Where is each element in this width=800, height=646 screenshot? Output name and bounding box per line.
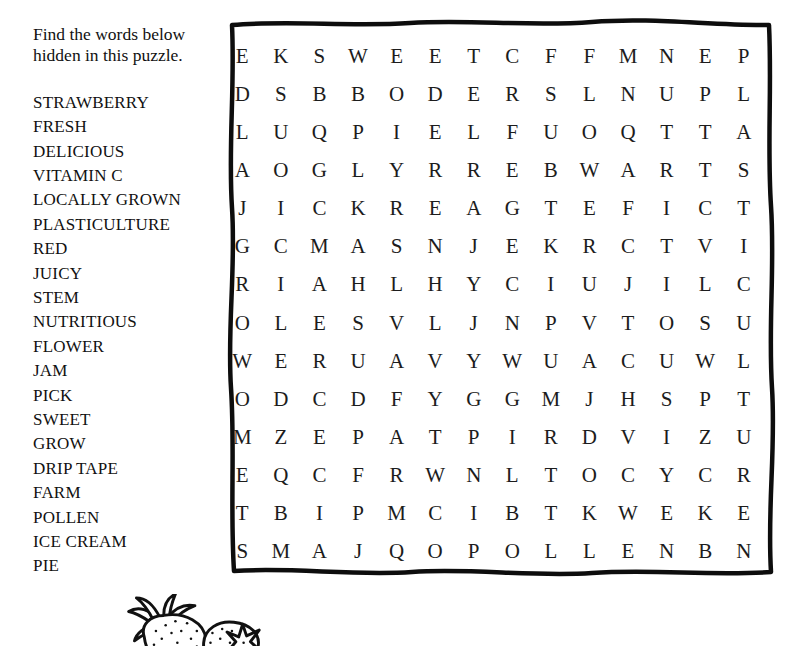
worksheet-page: Find the words below hidden in this puzz… xyxy=(0,0,800,646)
grid-cell-r13c10[interactable]: K xyxy=(570,495,609,533)
word-item-sweet: SWEET xyxy=(33,408,225,432)
grid-cell-r11c1[interactable]: M xyxy=(223,418,262,456)
grid-cell-r6c1[interactable]: G xyxy=(223,228,262,266)
word-list-panel: Find the words below hidden in this puzz… xyxy=(33,24,225,579)
word-item-jam: JAM xyxy=(33,359,225,383)
grid-cell-r3c4[interactable]: P xyxy=(339,113,378,151)
grid-cell-r11c14[interactable]: U xyxy=(724,418,763,456)
grid-cell-r6c5[interactable]: S xyxy=(377,228,416,266)
grid-cell-r1c12[interactable]: N xyxy=(647,37,686,75)
grid-cell-r14c4[interactable]: J xyxy=(339,533,378,571)
grid-cell-r5c10[interactable]: E xyxy=(570,190,609,228)
grid-cell-r10c4[interactable]: D xyxy=(339,380,378,418)
word-item-drip-tape: DRIP TAPE xyxy=(33,457,225,481)
grid-cell-r3c2[interactable]: U xyxy=(262,113,301,151)
grid-cell-r6c14[interactable]: I xyxy=(724,228,763,266)
grid-cell-r13c9[interactable]: T xyxy=(532,495,571,533)
grid-cell-r8c2[interactable]: L xyxy=(262,304,301,342)
grid-cell-r12c11[interactable]: C xyxy=(609,457,648,495)
grid-cell-r5c3[interactable]: C xyxy=(300,190,339,228)
grid-cell-r5c11[interactable]: F xyxy=(609,190,648,228)
grid-cell-r12c3[interactable]: C xyxy=(300,457,339,495)
grid-cell-r14c8[interactable]: O xyxy=(493,533,532,571)
grid-cell-r1c4[interactable]: W xyxy=(339,37,378,75)
grid-cell-r9c3[interactable]: R xyxy=(300,342,339,380)
grid-cell-r8c6[interactable]: L xyxy=(416,304,455,342)
grid-cell-r11c11[interactable]: V xyxy=(609,418,648,456)
grid-cell-r14c6[interactable]: O xyxy=(416,533,455,571)
word-search-board: EKSWEETCFFMNEPDSBBODERSLNUPLLUQPIELFUOQT… xyxy=(220,16,780,582)
grid-cell-r5c6[interactable]: E xyxy=(416,190,455,228)
grid-cell-r3c9[interactable]: U xyxy=(532,113,571,151)
grid-cell-r9c13[interactable]: W xyxy=(686,342,725,380)
grid-cell-r10c1[interactable]: O xyxy=(223,380,262,418)
grid-cell-r9c10[interactable]: A xyxy=(570,342,609,380)
grid-cell-r4c8[interactable]: E xyxy=(493,151,532,189)
word-item-nutritious: NUTRITIOUS xyxy=(33,310,225,334)
grid-cell-r6c7[interactable]: J xyxy=(454,228,493,266)
grid-cell-r9c6[interactable]: V xyxy=(416,342,455,380)
grid-cell-r14c7[interactable]: P xyxy=(454,533,493,571)
grid-cell-r5c12[interactable]: I xyxy=(647,190,686,228)
grid-cell-r4c13[interactable]: T xyxy=(686,151,725,189)
grid-cell-r13c14[interactable]: E xyxy=(724,495,763,533)
grid-cell-r7c6[interactable]: H xyxy=(416,266,455,304)
grid-cell-r10c2[interactable]: D xyxy=(262,380,301,418)
grid-cell-r14c2[interactable]: M xyxy=(262,533,301,571)
grid-cell-r1c14[interactable]: P xyxy=(724,37,763,75)
grid-cell-r3c1[interactable]: L xyxy=(223,113,262,151)
grid-cell-r1c3[interactable]: S xyxy=(300,37,339,75)
word-item-stem: STEM xyxy=(33,286,225,310)
grid-cell-r10c14[interactable]: T xyxy=(724,380,763,418)
grid-cell-r6c13[interactable]: V xyxy=(686,228,725,266)
grid-cell-r12c12[interactable]: Y xyxy=(647,457,686,495)
grid-cell-r2c7[interactable]: E xyxy=(454,75,493,113)
grid-cell-r10c10[interactable]: J xyxy=(570,380,609,418)
grid-cell-r2c14[interactable]: L xyxy=(724,75,763,113)
grid-cell-r3c11[interactable]: Q xyxy=(609,113,648,151)
grid-cell-r12c14[interactable]: R xyxy=(724,457,763,495)
word-item-pick: PICK xyxy=(33,384,225,408)
grid-cell-r2c5[interactable]: O xyxy=(377,75,416,113)
grid-cell-r14c9[interactable]: L xyxy=(532,533,571,571)
word-list: STRAWBERRYFRESHDELICIOUSVITAMIN CLOCALLY… xyxy=(33,91,225,579)
grid-cell-r7c8[interactable]: C xyxy=(493,266,532,304)
grid-cell-r7c4[interactable]: H xyxy=(339,266,378,304)
grid-cell-r8c13[interactable]: S xyxy=(686,304,725,342)
grid-cell-r1c7[interactable]: T xyxy=(454,37,493,75)
word-item-red: RED xyxy=(33,237,225,261)
grid-cell-r8c8[interactable]: N xyxy=(493,304,532,342)
grid-cell-r10c7[interactable]: G xyxy=(454,380,493,418)
grid-cell-r6c12[interactable]: T xyxy=(647,228,686,266)
grid-cell-r8c7[interactable]: J xyxy=(454,304,493,342)
grid-cell-r5c5[interactable]: R xyxy=(377,190,416,228)
grid-cell-r9c2[interactable]: E xyxy=(262,342,301,380)
grid-cell-r9c14[interactable]: L xyxy=(724,342,763,380)
grid-cell-r1c1[interactable]: E xyxy=(223,37,262,75)
grid-cell-r9c5[interactable]: A xyxy=(377,342,416,380)
grid-cell-r12c4[interactable]: F xyxy=(339,457,378,495)
grid-cell-r2c1[interactable]: D xyxy=(223,75,262,113)
word-item-pie: PIE xyxy=(33,554,225,578)
grid-cell-r11c8[interactable]: I xyxy=(493,418,532,456)
grid-cell-r6c6[interactable]: N xyxy=(416,228,455,266)
word-item-ice-cream: ICE CREAM xyxy=(33,530,225,554)
grid-cell-r2c3[interactable]: B xyxy=(300,75,339,113)
grid-cell-r4c4[interactable]: L xyxy=(339,151,378,189)
grid-cell-r8c1[interactable]: O xyxy=(223,304,262,342)
grid-cell-r8c3[interactable]: E xyxy=(300,304,339,342)
grid-cell-r10c5[interactable]: F xyxy=(377,380,416,418)
grid-cell-r7c2[interactable]: I xyxy=(262,266,301,304)
grid-cell-r4c1[interactable]: A xyxy=(223,151,262,189)
grid-cell-r14c3[interactable]: A xyxy=(300,533,339,571)
grid-cell-r10c11[interactable]: H xyxy=(609,380,648,418)
grid-cell-r7c13[interactable]: L xyxy=(686,266,725,304)
grid-cell-r1c10[interactable]: F xyxy=(570,37,609,75)
grid-cell-r9c4[interactable]: U xyxy=(339,342,378,380)
grid-cell-r4c11[interactable]: A xyxy=(609,151,648,189)
grid-cell-r5c4[interactable]: K xyxy=(339,190,378,228)
grid-cell-r7c14[interactable]: C xyxy=(724,266,763,304)
grid-cell-r2c11[interactable]: N xyxy=(609,75,648,113)
grid-cell-r11c3[interactable]: E xyxy=(300,418,339,456)
grid-cell-r5c14[interactable]: T xyxy=(724,190,763,228)
grid-cell-r6c3[interactable]: M xyxy=(300,228,339,266)
grid-cell-r3c10[interactable]: O xyxy=(570,113,609,151)
grid-cell-r5c13[interactable]: C xyxy=(686,190,725,228)
word-item-fresh: FRESH xyxy=(33,115,225,139)
grid-cell-r11c6[interactable]: T xyxy=(416,418,455,456)
grid-cell-r13c6[interactable]: C xyxy=(416,495,455,533)
grid-cell-r6c2[interactable]: C xyxy=(262,228,301,266)
grid-cell-r13c4[interactable]: P xyxy=(339,495,378,533)
grid-cell-r9c9[interactable]: U xyxy=(532,342,571,380)
grid-cell-r8c10[interactable]: V xyxy=(570,304,609,342)
grid-cell-r13c13[interactable]: K xyxy=(686,495,725,533)
grid-cell-r12c10[interactable]: O xyxy=(570,457,609,495)
grid-cell-r3c14[interactable]: A xyxy=(724,113,763,151)
grid-cell-r7c11[interactable]: J xyxy=(609,266,648,304)
grid-cell-r1c11[interactable]: M xyxy=(609,37,648,75)
grid-cell-r6c11[interactable]: C xyxy=(609,228,648,266)
grid-cell-r2c6[interactable]: D xyxy=(416,75,455,113)
grid-cell-r5c1[interactable]: J xyxy=(223,190,262,228)
grid-cell-r2c10[interactable]: L xyxy=(570,75,609,113)
grid-cell-r2c9[interactable]: S xyxy=(532,75,571,113)
grid-cell-r14c11[interactable]: E xyxy=(609,533,648,571)
grid-cell-r3c8[interactable]: F xyxy=(493,113,532,151)
grid-cell-r3c6[interactable]: E xyxy=(416,113,455,151)
grid-cell-r13c12[interactable]: E xyxy=(647,495,686,533)
grid-cell-r7c10[interactable]: U xyxy=(570,266,609,304)
grid-cell-r6c8[interactable]: E xyxy=(493,228,532,266)
grid-cell-r11c5[interactable]: A xyxy=(377,418,416,456)
word-item-strawberry: STRAWBERRY xyxy=(33,91,225,115)
grid-cell-r7c9[interactable]: I xyxy=(532,266,571,304)
grid-cell-r10c8[interactable]: G xyxy=(493,380,532,418)
grid-cell-r13c1[interactable]: T xyxy=(223,495,262,533)
grid-cell-r4c12[interactable]: R xyxy=(647,151,686,189)
grid-cell-r12c13[interactable]: C xyxy=(686,457,725,495)
word-item-delicious: DELICIOUS xyxy=(33,140,225,164)
grid-cell-r11c9[interactable]: R xyxy=(532,418,571,456)
grid-cell-r4c9[interactable]: B xyxy=(532,151,571,189)
grid-cell-r10c3[interactable]: C xyxy=(300,380,339,418)
word-item-grow: GROW xyxy=(33,432,225,456)
grid-cell-r8c12[interactable]: O xyxy=(647,304,686,342)
grid-cell-r10c12[interactable]: S xyxy=(647,380,686,418)
grid-cell-r5c2[interactable]: I xyxy=(262,190,301,228)
grid-cell-r3c13[interactable]: T xyxy=(686,113,725,151)
grid-cell-r8c9[interactable]: P xyxy=(532,304,571,342)
grid-cell-r5c8[interactable]: G xyxy=(493,190,532,228)
grid-cell-r1c6[interactable]: E xyxy=(416,37,455,75)
grid-cell-r12c5[interactable]: R xyxy=(377,457,416,495)
grid-cell-r3c3[interactable]: Q xyxy=(300,113,339,151)
word-item-pollen: POLLEN xyxy=(33,506,225,530)
grid-cell-r7c12[interactable]: I xyxy=(647,266,686,304)
grid-cell-r5c7[interactable]: A xyxy=(454,190,493,228)
strawberries-illustration xyxy=(113,594,269,646)
grid-cell-r2c13[interactable]: P xyxy=(686,75,725,113)
word-item-locally-grown: LOCALLY GROWN xyxy=(33,188,225,212)
grid-cell-r4c6[interactable]: R xyxy=(416,151,455,189)
grid-cell-r11c12[interactable]: I xyxy=(647,418,686,456)
grid-cell-r11c10[interactable]: D xyxy=(570,418,609,456)
grid-cell-r8c11[interactable]: T xyxy=(609,304,648,342)
grid-cell-r9c12[interactable]: U xyxy=(647,342,686,380)
grid-cell-r12c2[interactable]: Q xyxy=(262,457,301,495)
grid-cell-r12c8[interactable]: L xyxy=(493,457,532,495)
word-item-juicy: JUICY xyxy=(33,262,225,286)
grid-cell-r13c7[interactable]: I xyxy=(454,495,493,533)
grid-cell-r14c5[interactable]: Q xyxy=(377,533,416,571)
grid-cell-r10c13[interactable]: P xyxy=(686,380,725,418)
grid-cell-r12c9[interactable]: T xyxy=(532,457,571,495)
word-item-vitamin-c: VITAMIN C xyxy=(33,164,225,188)
grid-cell-r10c9[interactable]: M xyxy=(532,380,571,418)
word-item-farm: FARM xyxy=(33,481,225,505)
grid-cell-r4c3[interactable]: G xyxy=(300,151,339,189)
grid-cell-r14c12[interactable]: N xyxy=(647,533,686,571)
grid-cell-r8c4[interactable]: S xyxy=(339,304,378,342)
grid-cell-r1c13[interactable]: E xyxy=(686,37,725,75)
grid-cell-r12c7[interactable]: N xyxy=(454,457,493,495)
grid-cell-r6c9[interactable]: K xyxy=(532,228,571,266)
grid-cell-r2c2[interactable]: S xyxy=(262,75,301,113)
grid-cell-r6c4[interactable]: A xyxy=(339,228,378,266)
grid-cell-r14c13[interactable]: B xyxy=(686,533,725,571)
grid-cell-r11c4[interactable]: P xyxy=(339,418,378,456)
grid-cell-r2c8[interactable]: R xyxy=(493,75,532,113)
grid-cell-r14c10[interactable]: L xyxy=(570,533,609,571)
grid-cell-r11c7[interactable]: P xyxy=(454,418,493,456)
grid-cell-r13c3[interactable]: I xyxy=(300,495,339,533)
grid-cell-r4c10[interactable]: W xyxy=(570,151,609,189)
grid-cell-r13c8[interactable]: B xyxy=(493,495,532,533)
word-item-plasticulture: PLASTICULTURE xyxy=(33,213,225,237)
grid-cell-r2c12[interactable]: U xyxy=(647,75,686,113)
grid-cell-r3c7[interactable]: L xyxy=(454,113,493,151)
grid-cell-r7c1[interactable]: R xyxy=(223,266,262,304)
grid-cell-r1c8[interactable]: C xyxy=(493,37,532,75)
puzzle-instruction: Find the words below hidden in this puzz… xyxy=(33,24,225,67)
grid-cell-r10c6[interactable]: Y xyxy=(416,380,455,418)
grid-cell-r4c2[interactable]: O xyxy=(262,151,301,189)
grid-cell-r6c10[interactable]: R xyxy=(570,228,609,266)
grid-cell-r7c5[interactable]: L xyxy=(377,266,416,304)
grid-cell-r13c2[interactable]: B xyxy=(262,495,301,533)
grid-cell-r4c5[interactable]: Y xyxy=(377,151,416,189)
grid-cell-r4c7[interactable]: R xyxy=(454,151,493,189)
grid-cell-r4c14[interactable]: S xyxy=(724,151,763,189)
grid-cell-r11c2[interactable]: Z xyxy=(262,418,301,456)
grid-cell-r5c9[interactable]: T xyxy=(532,190,571,228)
grid-cell-r12c6[interactable]: W xyxy=(416,457,455,495)
letter-grid: EKSWEETCFFMNEPDSBBODERSLNUPLLUQPIELFUOQT… xyxy=(223,37,763,571)
grid-cell-r9c8[interactable]: W xyxy=(493,342,532,380)
grid-cell-r9c7[interactable]: Y xyxy=(454,342,493,380)
word-item-flower: FLOWER xyxy=(33,335,225,359)
grid-cell-r13c11[interactable]: W xyxy=(609,495,648,533)
grid-cell-r8c14[interactable]: U xyxy=(724,304,763,342)
grid-cell-r7c7[interactable]: Y xyxy=(454,266,493,304)
grid-cell-r8c5[interactable]: V xyxy=(377,304,416,342)
grid-cell-r1c2[interactable]: K xyxy=(262,37,301,75)
grid-cell-r1c9[interactable]: F xyxy=(532,37,571,75)
grid-cell-r1c5[interactable]: E xyxy=(377,37,416,75)
grid-cell-r3c5[interactable]: I xyxy=(377,113,416,151)
grid-cell-r14c1[interactable]: S xyxy=(223,533,262,571)
grid-cell-r9c11[interactable]: C xyxy=(609,342,648,380)
grid-cell-r14c14[interactable]: N xyxy=(724,533,763,571)
grid-cell-r2c4[interactable]: B xyxy=(339,75,378,113)
grid-cell-r11c13[interactable]: Z xyxy=(686,418,725,456)
grid-cell-r7c3[interactable]: A xyxy=(300,266,339,304)
grid-cell-r9c1[interactable]: W xyxy=(223,342,262,380)
grid-cell-r12c1[interactable]: E xyxy=(223,457,262,495)
grid-cell-r3c12[interactable]: T xyxy=(647,113,686,151)
grid-cell-r13c5[interactable]: M xyxy=(377,495,416,533)
